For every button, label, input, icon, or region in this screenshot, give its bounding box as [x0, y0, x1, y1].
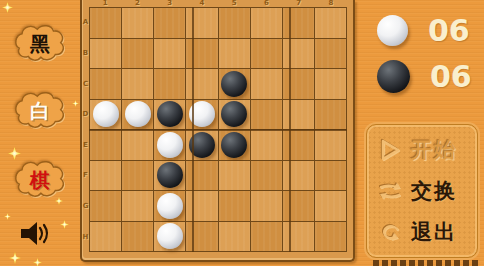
column-label-2: 2: [121, 0, 153, 7]
row-label-C: C: [82, 68, 89, 99]
column-label-3: 3: [154, 0, 186, 7]
board-cell-B6[interactable]: [251, 39, 282, 69]
board-cell-A2[interactable]: [122, 8, 153, 38]
board-cell-C4[interactable]: [186, 69, 217, 99]
board-cell-G8[interactable]: [315, 191, 346, 221]
sparkle-icon: [2, 2, 13, 13]
board-cell-E4[interactable]: [186, 130, 217, 160]
column-label-1: 1: [89, 0, 121, 7]
board-cell-D4[interactable]: [186, 100, 217, 130]
board-cell-A1[interactable]: [90, 8, 121, 38]
board-cell-F8[interactable]: [315, 161, 346, 191]
board-cell-F7[interactable]: [283, 161, 314, 191]
sparkle-icon: [4, 213, 11, 220]
board-grid-wrap: [89, 7, 347, 252]
swap-button[interactable]: 交换: [378, 171, 477, 211]
row-label-F: F: [82, 160, 89, 191]
title-char-qi: 棋: [13, 159, 67, 201]
row-label-A: A: [82, 7, 89, 38]
undo-arrow-icon: [378, 220, 402, 244]
white-stone: [157, 223, 183, 249]
black-count: 06: [430, 59, 472, 94]
row-label-D: D: [82, 99, 89, 130]
column-label-5: 5: [218, 0, 250, 7]
board-cell-H8[interactable]: [315, 222, 346, 252]
exit-button[interactable]: 退出: [378, 212, 477, 252]
board-cell-E3[interactable]: [154, 130, 185, 160]
board-cell-A4[interactable]: [186, 8, 217, 38]
board-cell-B2[interactable]: [122, 39, 153, 69]
white-stone: [125, 101, 151, 127]
board-cell-F3[interactable]: [154, 161, 185, 191]
board-cell-A8[interactable]: [315, 8, 346, 38]
black-score-counter: 06: [377, 59, 472, 94]
row-label-E: E: [82, 130, 89, 161]
board-cell-D8[interactable]: [315, 100, 346, 130]
board-cell-D7[interactable]: [283, 100, 314, 130]
black-stone: [221, 101, 247, 127]
board-cell-E1[interactable]: [90, 130, 121, 160]
board-cell-F1[interactable]: [90, 161, 121, 191]
column-label-6: 6: [250, 0, 282, 7]
board-cell-A7[interactable]: [283, 8, 314, 38]
board-cell-H1[interactable]: [90, 222, 121, 252]
board-cell-H5[interactable]: [219, 222, 250, 252]
start-button[interactable]: 开始: [378, 130, 477, 170]
board-cell-G5[interactable]: [219, 191, 250, 221]
title-char-black: 黑: [13, 23, 67, 65]
board-cell-F5[interactable]: [219, 161, 250, 191]
board-cell-F6[interactable]: [251, 161, 282, 191]
title-plaque-white: 白: [13, 90, 67, 132]
board-cell-A5[interactable]: [219, 8, 250, 38]
board-cell-B5[interactable]: [219, 39, 250, 69]
exit-label: 退出: [411, 218, 457, 246]
board-cell-B8[interactable]: [315, 39, 346, 69]
board-cell-A6[interactable]: [251, 8, 282, 38]
board-cell-B4[interactable]: [186, 39, 217, 69]
board-cell-C3[interactable]: [154, 69, 185, 99]
control-panel: 开始 交换: [366, 124, 478, 258]
column-label-8: 8: [315, 0, 347, 7]
board-cell-D1[interactable]: [90, 100, 121, 130]
start-label: 开始: [411, 136, 457, 164]
board-cell-D5[interactable]: [219, 100, 250, 130]
white-stone: [157, 132, 183, 158]
black-stone: [221, 71, 247, 97]
black-stone: [221, 132, 247, 158]
board-cell-B7[interactable]: [283, 39, 314, 69]
sparkle-icon: [9, 252, 21, 264]
board-cell-D2[interactable]: [122, 100, 153, 130]
cutoff-watermark: [373, 260, 480, 266]
sparkle-icon: [72, 100, 79, 107]
board-cell-C5[interactable]: [219, 69, 250, 99]
white-stone: [157, 193, 183, 219]
title-char-white: 白: [13, 90, 67, 132]
row-label-B: B: [82, 38, 89, 69]
board-cell-E7[interactable]: [283, 130, 314, 160]
board-cell-C1[interactable]: [90, 69, 121, 99]
board-cell-D6[interactable]: [251, 100, 282, 130]
title-plaque-qi: 棋: [13, 159, 67, 201]
sparkle-icon: [60, 220, 69, 229]
column-label-4: 4: [186, 0, 218, 7]
board-cell-G6[interactable]: [251, 191, 282, 221]
black-stone: [157, 162, 183, 188]
board-cell-A3[interactable]: [154, 8, 185, 38]
white-stone: [189, 101, 215, 127]
column-label-7: 7: [283, 0, 315, 7]
row-label-H: H: [82, 221, 89, 252]
board-cell-B3[interactable]: [154, 39, 185, 69]
board-cell-G2[interactable]: [122, 191, 153, 221]
board-cell-H3[interactable]: [154, 222, 185, 252]
sparkle-icon: [33, 258, 42, 266]
board-cell-G1[interactable]: [90, 191, 121, 221]
board-cell-D3[interactable]: [154, 100, 185, 130]
row-label-G: G: [82, 191, 89, 222]
white-stone: [93, 101, 119, 127]
board-grid: [89, 7, 347, 252]
play-icon: [378, 138, 402, 162]
board-cell-B1[interactable]: [90, 39, 121, 69]
board-cell-C6[interactable]: [251, 69, 282, 99]
board-cell-H7[interactable]: [283, 222, 314, 252]
column-labels: 12345678: [89, 0, 347, 7]
reversi-game-window: 黑 白 棋 12345678 ABCDEFGH: [0, 0, 484, 266]
swap-label: 交换: [411, 177, 457, 205]
board-cell-F2[interactable]: [122, 161, 153, 191]
row-labels: ABCDEFGH: [82, 7, 89, 252]
black-stone-icon: [377, 60, 410, 93]
board-cell-C8[interactable]: [315, 69, 346, 99]
white-count: 06: [428, 13, 470, 48]
title-plaque-black: 黑: [13, 23, 67, 65]
black-stone: [189, 132, 215, 158]
board-cell-F4[interactable]: [186, 161, 217, 191]
swap-arrows-icon: [378, 179, 402, 203]
board-cell-E2[interactable]: [122, 130, 153, 160]
board-cell-G7[interactable]: [283, 191, 314, 221]
board-cell-E8[interactable]: [315, 130, 346, 160]
board-cell-H4[interactable]: [186, 222, 217, 252]
white-score-counter: 06: [377, 13, 470, 48]
white-stone-icon: [377, 15, 408, 46]
black-stone: [157, 101, 183, 127]
board-cell-C2[interactable]: [122, 69, 153, 99]
speaker-icon[interactable]: [20, 221, 52, 246]
board-cell-G3[interactable]: [154, 191, 185, 221]
board-cell-H2[interactable]: [122, 222, 153, 252]
board-cell-C7[interactable]: [283, 69, 314, 99]
board-cell-G4[interactable]: [186, 191, 217, 221]
board-cell-H6[interactable]: [251, 222, 282, 252]
board-cell-E6[interactable]: [251, 130, 282, 160]
game-board: 12345678 ABCDEFGH: [80, 0, 355, 262]
board-cell-E5[interactable]: [219, 130, 250, 160]
